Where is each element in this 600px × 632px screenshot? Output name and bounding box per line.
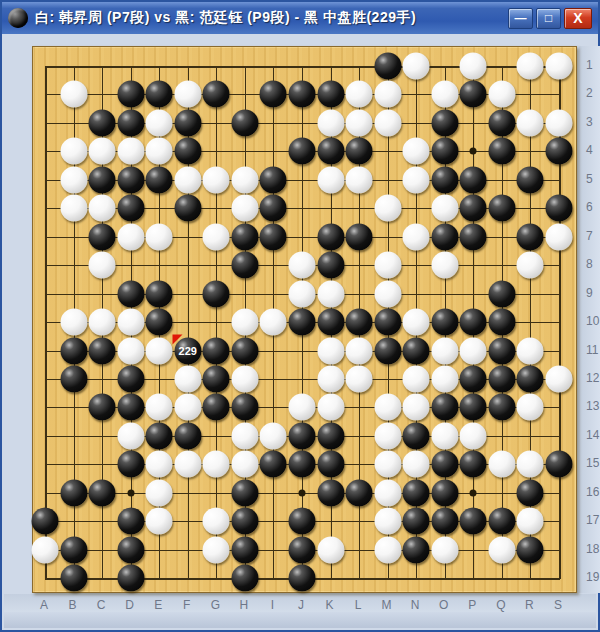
col-label-C: C	[97, 598, 106, 612]
stone-white-K13	[317, 394, 344, 421]
stone-white-R15	[517, 451, 544, 478]
stone-white-E3	[146, 109, 173, 136]
stone-black-N16	[403, 479, 430, 506]
col-label-M: M	[382, 598, 392, 612]
close-button[interactable]: X	[564, 8, 592, 29]
stone-black-G9	[203, 280, 230, 307]
col-label-G: G	[211, 598, 220, 612]
stone-black-N14	[403, 422, 430, 449]
stone-black-K7	[317, 223, 344, 250]
stone-black-K16	[317, 479, 344, 506]
stone-black-H3	[231, 109, 258, 136]
stone-black-O15	[431, 451, 458, 478]
row-label-3: 3	[586, 115, 593, 129]
stone-black-P10	[460, 309, 487, 336]
stone-white-C10	[89, 309, 116, 336]
stone-black-K14	[317, 422, 344, 449]
stone-black-R7	[517, 223, 544, 250]
stone-black-R16	[517, 479, 544, 506]
col-label-B: B	[69, 598, 77, 612]
stone-white-H12	[231, 365, 258, 392]
col-label-E: E	[154, 598, 162, 612]
stone-black-B16	[60, 479, 87, 506]
stone-black-H16	[231, 479, 258, 506]
stone-black-D3	[117, 109, 144, 136]
stone-black-F14	[174, 422, 201, 449]
stone-white-M15	[374, 451, 401, 478]
stone-black-Q11	[488, 337, 515, 364]
stone-black-I15	[260, 451, 287, 478]
stone-white-L5	[346, 166, 373, 193]
col-label-S: S	[554, 598, 562, 612]
stone-white-G15	[203, 451, 230, 478]
stone-black-S6	[545, 195, 572, 222]
stone-white-M8	[374, 252, 401, 279]
stone-white-O8	[431, 252, 458, 279]
stone-black-J4	[288, 138, 315, 165]
stone-white-N4	[403, 138, 430, 165]
stone-white-L12	[346, 365, 373, 392]
stone-black-O17	[431, 508, 458, 535]
stone-black-C11	[89, 337, 116, 364]
stone-white-N12	[403, 365, 430, 392]
stone-white-D7	[117, 223, 144, 250]
stone-white-Q15	[488, 451, 515, 478]
stone-black-K4	[317, 138, 344, 165]
stone-black-O13	[431, 394, 458, 421]
stone-white-K11	[317, 337, 344, 364]
stone-black-N11	[403, 337, 430, 364]
stone-black-L7	[346, 223, 373, 250]
col-label-N: N	[411, 598, 420, 612]
hoshi-point	[298, 489, 305, 496]
stone-white-E13	[146, 394, 173, 421]
stone-white-F13	[174, 394, 201, 421]
stone-black-G2	[203, 81, 230, 108]
stone-white-F12	[174, 365, 201, 392]
stone-black-B11	[60, 337, 87, 364]
maximize-button[interactable]: □	[536, 8, 561, 29]
stone-white-E17	[146, 508, 173, 535]
stone-black-F3	[174, 109, 201, 136]
stone-black-D12	[117, 365, 144, 392]
stone-black-J14	[288, 422, 315, 449]
stone-white-F5	[174, 166, 201, 193]
stone-black-M1	[374, 53, 401, 80]
stone-white-M2	[374, 81, 401, 108]
stone-white-H5	[231, 166, 258, 193]
stone-black-Q4	[488, 138, 515, 165]
stone-black-E2	[146, 81, 173, 108]
stone-black-L16	[346, 479, 373, 506]
stone-white-M14	[374, 422, 401, 449]
stone-white-F15	[174, 451, 201, 478]
stone-white-E11	[146, 337, 173, 364]
stone-black-P17	[460, 508, 487, 535]
stone-white-G18	[203, 536, 230, 563]
stone-black-I7	[260, 223, 287, 250]
stone-black-S4	[545, 138, 572, 165]
stone-black-D9	[117, 280, 144, 307]
stone-white-S7	[545, 223, 572, 250]
stone-black-F6	[174, 195, 201, 222]
stone-white-K18	[317, 536, 344, 563]
stone-white-S12	[545, 365, 572, 392]
stone-white-D10	[117, 309, 144, 336]
col-label-J: J	[298, 598, 304, 612]
stone-white-H6	[231, 195, 258, 222]
row-label-4: 4	[586, 143, 593, 157]
stone-black-R12	[517, 365, 544, 392]
stone-white-P1	[460, 53, 487, 80]
stone-white-B2	[60, 81, 87, 108]
stone-white-M18	[374, 536, 401, 563]
stone-white-M16	[374, 479, 401, 506]
stone-white-R8	[517, 252, 544, 279]
stone-black-E5	[146, 166, 173, 193]
stone-black-H13	[231, 394, 258, 421]
stone-black-N17	[403, 508, 430, 535]
stone-white-K12	[317, 365, 344, 392]
stone-black-Q3	[488, 109, 515, 136]
stone-white-E16	[146, 479, 173, 506]
stone-black-C3	[89, 109, 116, 136]
stone-black-L10	[346, 309, 373, 336]
stone-black-O7	[431, 223, 458, 250]
row-label-8: 8	[586, 257, 593, 271]
stone-black-H11	[231, 337, 258, 364]
stone-black-P2	[460, 81, 487, 108]
stone-white-K5	[317, 166, 344, 193]
stone-black-H19	[231, 565, 258, 592]
row-label-12: 12	[586, 371, 599, 385]
goban[interactable]: 229	[32, 46, 577, 593]
stone-white-K3	[317, 109, 344, 136]
row-label-14: 14	[586, 428, 599, 442]
stone-black-Q10	[488, 309, 515, 336]
stone-black-G12	[203, 365, 230, 392]
stone-black-P12	[460, 365, 487, 392]
stone-black-B12	[60, 365, 87, 392]
stone-white-J9	[288, 280, 315, 307]
stone-white-Q2	[488, 81, 515, 108]
col-label-Q: Q	[496, 598, 505, 612]
stone-white-O11	[431, 337, 458, 364]
row-label-13: 13	[586, 399, 599, 413]
stone-black-K8	[317, 252, 344, 279]
stone-black-Q17	[488, 508, 515, 535]
minimize-button[interactable]: —	[508, 8, 533, 29]
stone-black-D17	[117, 508, 144, 535]
stone-black-O4	[431, 138, 458, 165]
stone-white-L3	[346, 109, 373, 136]
stone-black-P15	[460, 451, 487, 478]
stone-black-D5	[117, 166, 144, 193]
stone-white-O12	[431, 365, 458, 392]
stone-white-P14	[460, 422, 487, 449]
stone-white-M13	[374, 394, 401, 421]
stone-black-D6	[117, 195, 144, 222]
stone-black-C7	[89, 223, 116, 250]
stone-white-D4	[117, 138, 144, 165]
stone-black-E10	[146, 309, 173, 336]
row-label-7: 7	[586, 229, 593, 243]
col-label-O: O	[439, 598, 448, 612]
stone-black-C13	[89, 394, 116, 421]
row-label-17: 17	[586, 513, 599, 527]
row-label-2: 2	[586, 86, 593, 100]
stone-white-K9	[317, 280, 344, 307]
stone-black-K2	[317, 81, 344, 108]
stone-black-O3	[431, 109, 458, 136]
stone-black-J19	[288, 565, 315, 592]
stone-black-O5	[431, 166, 458, 193]
stone-white-H14	[231, 422, 258, 449]
stone-white-H15	[231, 451, 258, 478]
stone-black-Q6	[488, 195, 515, 222]
col-label-L: L	[355, 598, 362, 612]
stone-white-Q18	[488, 536, 515, 563]
stone-black-H7	[231, 223, 258, 250]
stone-black-R18	[517, 536, 544, 563]
stone-black-K10	[317, 309, 344, 336]
stone-black-E9	[146, 280, 173, 307]
stone-white-H10	[231, 309, 258, 336]
stone-white-C4	[89, 138, 116, 165]
hoshi-point	[127, 489, 134, 496]
row-label-18: 18	[586, 542, 599, 556]
stone-black-G13	[203, 394, 230, 421]
stone-black-D2	[117, 81, 144, 108]
stone-black-A17	[32, 508, 59, 535]
stone-black-M10	[374, 309, 401, 336]
stone-black-D15	[117, 451, 144, 478]
col-label-R: R	[525, 598, 534, 612]
row-label-15: 15	[586, 456, 599, 470]
stone-black-F11	[174, 337, 201, 364]
stone-white-N7	[403, 223, 430, 250]
stone-white-R17	[517, 508, 544, 535]
stone-black-R5	[517, 166, 544, 193]
stone-white-N5	[403, 166, 430, 193]
stone-black-C5	[89, 166, 116, 193]
stone-black-J18	[288, 536, 315, 563]
app-window: 白: 韩昇周 (P7段) vs 黑: 范廷钰 (P9段) - 黑 中盘胜(229…	[0, 0, 600, 632]
stone-white-J8	[288, 252, 315, 279]
col-label-P: P	[468, 598, 476, 612]
stone-black-B19	[60, 565, 87, 592]
stone-black-J15	[288, 451, 315, 478]
stone-white-P11	[460, 337, 487, 364]
stone-black-Q9	[488, 280, 515, 307]
stone-white-O2	[431, 81, 458, 108]
stone-black-P5	[460, 166, 487, 193]
stone-white-N15	[403, 451, 430, 478]
stone-white-M9	[374, 280, 401, 307]
stone-black-C16	[89, 479, 116, 506]
stone-black-H18	[231, 536, 258, 563]
stone-white-C6	[89, 195, 116, 222]
stone-black-E14	[146, 422, 173, 449]
stone-black-P7	[460, 223, 487, 250]
stone-black-G11	[203, 337, 230, 364]
window-title: 白: 韩昇周 (P7段) vs 黑: 范廷钰 (P9段) - 黑 中盘胜(229…	[35, 9, 505, 27]
stone-white-L11	[346, 337, 373, 364]
stone-black-F4	[174, 138, 201, 165]
stone-black-N18	[403, 536, 430, 563]
stone-black-D18	[117, 536, 144, 563]
stone-white-D14	[117, 422, 144, 449]
stone-white-R3	[517, 109, 544, 136]
stone-black-S15	[545, 451, 572, 478]
stone-white-D11	[117, 337, 144, 364]
stone-black-P13	[460, 394, 487, 421]
col-label-F: F	[183, 598, 190, 612]
stone-white-S3	[545, 109, 572, 136]
row-label-11: 11	[586, 343, 598, 357]
stone-white-G17	[203, 508, 230, 535]
stone-white-O14	[431, 422, 458, 449]
stone-white-M6	[374, 195, 401, 222]
stone-white-L2	[346, 81, 373, 108]
col-label-I: I	[271, 598, 274, 612]
stone-white-I10	[260, 309, 287, 336]
stone-white-B4	[60, 138, 87, 165]
stone-white-B10	[60, 309, 87, 336]
row-label-19: 19	[586, 570, 599, 584]
stone-white-C8	[89, 252, 116, 279]
stone-black-J17	[288, 508, 315, 535]
stone-white-R1	[517, 53, 544, 80]
stone-white-S1	[545, 53, 572, 80]
stone-white-R13	[517, 394, 544, 421]
stone-white-E15	[146, 451, 173, 478]
hoshi-point	[470, 489, 477, 496]
stone-black-P6	[460, 195, 487, 222]
stone-black-J2	[288, 81, 315, 108]
stone-white-B6	[60, 195, 87, 222]
stone-black-L4	[346, 138, 373, 165]
row-label-10: 10	[586, 314, 599, 328]
row-label-1: 1	[586, 58, 593, 72]
titlebar[interactable]: 白: 韩昇周 (P7段) vs 黑: 范廷钰 (P9段) - 黑 中盘胜(229…	[2, 2, 598, 34]
stone-white-N10	[403, 309, 430, 336]
stone-white-O6	[431, 195, 458, 222]
stone-black-I2	[260, 81, 287, 108]
stone-black-B18	[60, 536, 87, 563]
stone-black-J10	[288, 309, 315, 336]
col-label-D: D	[125, 598, 134, 612]
stone-white-E4	[146, 138, 173, 165]
stone-black-O16	[431, 479, 458, 506]
stone-white-G7	[203, 223, 230, 250]
stone-black-O10	[431, 309, 458, 336]
hoshi-point	[470, 148, 477, 155]
window-bottom-edge	[4, 612, 596, 628]
row-label-16: 16	[586, 485, 599, 499]
stone-white-I14	[260, 422, 287, 449]
stone-black-Q13	[488, 394, 515, 421]
stone-black-H17	[231, 508, 258, 535]
stone-white-O18	[431, 536, 458, 563]
stone-white-A18	[32, 536, 59, 563]
stone-black-I5	[260, 166, 287, 193]
stone-black-M11	[374, 337, 401, 364]
stone-white-G5	[203, 166, 230, 193]
stone-white-N1	[403, 53, 430, 80]
stone-black-K15	[317, 451, 344, 478]
stone-white-F2	[174, 81, 201, 108]
stone-white-N13	[403, 394, 430, 421]
row-label-5: 5	[586, 172, 593, 186]
col-label-H: H	[240, 598, 249, 612]
stone-black-D13	[117, 394, 144, 421]
stone-black-D19	[117, 565, 144, 592]
stone-white-B5	[60, 166, 87, 193]
stone-white-J13	[288, 394, 315, 421]
stone-black-H8	[231, 252, 258, 279]
row-label-9: 9	[586, 286, 593, 300]
stone-white-M3	[374, 109, 401, 136]
stone-black-I6	[260, 195, 287, 222]
stone-white-E7	[146, 223, 173, 250]
row-label-6: 6	[586, 200, 593, 214]
stone-white-R11	[517, 337, 544, 364]
col-label-K: K	[325, 598, 333, 612]
stone-white-M17	[374, 508, 401, 535]
stone-black-Q12	[488, 365, 515, 392]
col-label-A: A	[40, 598, 48, 612]
app-icon	[8, 8, 28, 28]
